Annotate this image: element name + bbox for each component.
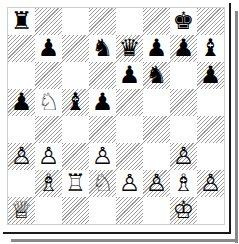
square-c7[interactable] <box>62 35 89 62</box>
frame-line-right <box>229 3 231 234</box>
square-c3[interactable] <box>62 143 89 170</box>
square-c8[interactable] <box>62 8 89 35</box>
square-e6[interactable]: ♟ <box>116 62 143 89</box>
square-e1[interactable] <box>116 197 143 224</box>
square-c6[interactable] <box>62 62 89 89</box>
square-b3[interactable]: ♙ <box>35 143 62 170</box>
square-h5[interactable] <box>197 89 224 116</box>
square-d3[interactable]: ♙ <box>89 143 116 170</box>
piece-white-bishop[interactable]: ♗ <box>38 170 60 197</box>
piece-white-pawn[interactable]: ♙ <box>200 170 222 197</box>
piece-black-bishop[interactable]: ♝ <box>200 35 222 62</box>
square-f6[interactable]: ♞ <box>143 62 170 89</box>
chess-board: ♜♚♟♞♛♟♟♝♟♞♟♟♘♝♟♙♙♙♙♗♖♘♙♙♗♙♕♔ <box>8 8 224 224</box>
square-c2[interactable]: ♖ <box>62 170 89 197</box>
square-b2[interactable]: ♗ <box>35 170 62 197</box>
square-e5[interactable] <box>116 89 143 116</box>
square-a6[interactable] <box>8 62 35 89</box>
square-f2[interactable]: ♙ <box>143 170 170 197</box>
square-a5[interactable]: ♟ <box>8 89 35 116</box>
square-a1[interactable]: ♕ <box>8 197 35 224</box>
piece-white-pawn[interactable]: ♙ <box>38 143 60 170</box>
piece-black-pawn[interactable]: ♟ <box>173 35 195 62</box>
frame-line-bottom <box>3 232 231 234</box>
square-b8[interactable] <box>35 8 62 35</box>
piece-black-bishop[interactable]: ♝ <box>65 89 87 116</box>
square-d5[interactable]: ♟ <box>89 89 116 116</box>
square-f1[interactable] <box>143 197 170 224</box>
piece-white-pawn[interactable]: ♙ <box>173 143 195 170</box>
square-d2[interactable]: ♘ <box>89 170 116 197</box>
square-a3[interactable]: ♙ <box>8 143 35 170</box>
piece-white-queen[interactable]: ♕ <box>11 197 33 224</box>
square-g6[interactable] <box>170 62 197 89</box>
square-h2[interactable]: ♙ <box>197 170 224 197</box>
square-d6[interactable] <box>89 62 116 89</box>
piece-black-king[interactable]: ♚ <box>173 8 195 35</box>
square-h8[interactable] <box>197 8 224 35</box>
piece-black-pawn[interactable]: ♟ <box>92 89 114 116</box>
square-e4[interactable] <box>116 116 143 143</box>
square-g8[interactable]: ♚ <box>170 8 197 35</box>
piece-white-pawn[interactable]: ♙ <box>146 170 168 197</box>
piece-white-knight[interactable]: ♘ <box>92 170 114 197</box>
square-g3[interactable]: ♙ <box>170 143 197 170</box>
square-a2[interactable] <box>8 170 35 197</box>
piece-black-pawn[interactable]: ♟ <box>200 62 222 89</box>
piece-black-pawn[interactable]: ♟ <box>11 89 33 116</box>
square-b4[interactable] <box>35 116 62 143</box>
square-d8[interactable] <box>89 8 116 35</box>
square-h3[interactable] <box>197 143 224 170</box>
square-h1[interactable] <box>197 197 224 224</box>
square-e8[interactable] <box>116 8 143 35</box>
square-g4[interactable] <box>170 116 197 143</box>
square-h4[interactable] <box>197 116 224 143</box>
square-a8[interactable]: ♜ <box>8 8 35 35</box>
square-b6[interactable] <box>35 62 62 89</box>
square-f3[interactable] <box>143 143 170 170</box>
square-g5[interactable] <box>170 89 197 116</box>
square-b5[interactable]: ♘ <box>35 89 62 116</box>
piece-black-pawn[interactable]: ♟ <box>38 35 60 62</box>
square-d4[interactable] <box>89 116 116 143</box>
square-f7[interactable]: ♟ <box>143 35 170 62</box>
square-b1[interactable] <box>35 197 62 224</box>
square-h7[interactable]: ♝ <box>197 35 224 62</box>
piece-black-pawn[interactable]: ♟ <box>119 62 141 89</box>
piece-black-rook[interactable]: ♜ <box>11 8 33 35</box>
square-c4[interactable] <box>62 116 89 143</box>
piece-black-pawn[interactable]: ♟ <box>146 35 168 62</box>
piece-black-knight[interactable]: ♞ <box>146 62 168 89</box>
square-f8[interactable] <box>143 8 170 35</box>
square-g1[interactable]: ♔ <box>170 197 197 224</box>
square-e7[interactable]: ♛ <box>116 35 143 62</box>
drop-shadow-bottom <box>11 239 238 242</box>
piece-black-queen[interactable]: ♛ <box>119 35 141 62</box>
piece-white-king[interactable]: ♔ <box>173 197 195 224</box>
square-b7[interactable]: ♟ <box>35 35 62 62</box>
square-d7[interactable]: ♞ <box>89 35 116 62</box>
piece-white-knight[interactable]: ♘ <box>38 89 60 116</box>
square-g7[interactable]: ♟ <box>170 35 197 62</box>
square-c5[interactable]: ♝ <box>62 89 89 116</box>
piece-white-pawn[interactable]: ♙ <box>92 143 114 170</box>
piece-white-rook[interactable]: ♖ <box>65 170 87 197</box>
piece-white-pawn[interactable]: ♙ <box>119 170 141 197</box>
square-a7[interactable] <box>8 35 35 62</box>
square-f5[interactable] <box>143 89 170 116</box>
chess-diagram: ♜♚♟♞♛♟♟♝♟♞♟♟♘♝♟♙♙♙♙♗♖♘♙♙♗♙♕♔ <box>0 0 239 244</box>
piece-white-bishop[interactable]: ♗ <box>173 170 195 197</box>
square-h6[interactable]: ♟ <box>197 62 224 89</box>
square-a4[interactable] <box>8 116 35 143</box>
drop-shadow-right <box>235 11 238 243</box>
square-g2[interactable]: ♗ <box>170 170 197 197</box>
square-e2[interactable]: ♙ <box>116 170 143 197</box>
square-c1[interactable] <box>62 197 89 224</box>
square-f4[interactable] <box>143 116 170 143</box>
square-e3[interactable] <box>116 143 143 170</box>
piece-white-pawn[interactable]: ♙ <box>11 143 33 170</box>
piece-black-knight[interactable]: ♞ <box>92 35 114 62</box>
square-d1[interactable] <box>89 197 116 224</box>
